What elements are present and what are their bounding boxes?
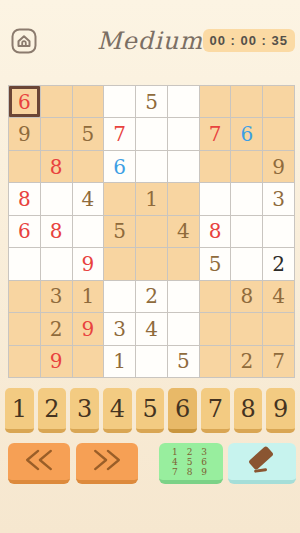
cell-r3-c6[interactable] (200, 183, 231, 214)
cell-r3-c8[interactable]: 3 (263, 183, 294, 214)
cell-r8-c0[interactable] (9, 346, 40, 377)
eraser-button[interactable] (228, 443, 296, 484)
cell-r3-c3[interactable] (104, 183, 135, 214)
cell-r2-c1[interactable]: 8 (41, 151, 72, 182)
cell-r4-c8[interactable] (263, 216, 294, 247)
cell-r1-c0[interactable]: 9 (9, 118, 40, 149)
cell-r3-c1[interactable] (41, 183, 72, 214)
eraser-icon (245, 445, 279, 479)
cell-r3-c7[interactable] (231, 183, 262, 214)
cell-r5-c4[interactable] (136, 248, 167, 279)
cell-r1-c8[interactable] (263, 118, 294, 149)
cell-r8-c1[interactable]: 9 (41, 346, 72, 377)
numpad-key-1[interactable]: 1 (5, 388, 34, 433)
numpad-key-9[interactable]: 9 (266, 388, 295, 433)
cell-r6-c6[interactable] (200, 281, 231, 312)
cell-r4-c6[interactable]: 8 (200, 216, 231, 247)
cell-r7-c2[interactable]: 9 (73, 313, 104, 344)
cell-r8-c6[interactable] (200, 346, 231, 377)
notes-button[interactable]: 1 2 3 4 5 6 7 8 9 (159, 443, 223, 484)
cell-r0-c4[interactable]: 5 (136, 86, 167, 117)
cell-r2-c7[interactable] (231, 151, 262, 182)
cell-r5-c3[interactable] (104, 248, 135, 279)
cell-r5-c1[interactable] (41, 248, 72, 279)
cell-r8-c5[interactable]: 5 (168, 346, 199, 377)
cell-r0-c1[interactable] (41, 86, 72, 117)
cell-r6-c2[interactable]: 1 (73, 281, 104, 312)
cell-r5-c5[interactable] (168, 248, 199, 279)
cell-r5-c6[interactable]: 5 (200, 248, 231, 279)
cell-r1-c3[interactable]: 7 (104, 118, 135, 149)
cell-r5-c0[interactable] (9, 248, 40, 279)
sudoku-board: 659577686984136854895231284293491527 (8, 85, 295, 378)
double-chevron-left-icon (19, 447, 59, 477)
undo-button[interactable] (8, 443, 70, 484)
numpad-key-6[interactable]: 6 (168, 388, 197, 433)
cell-r1-c5[interactable] (168, 118, 199, 149)
cell-r8-c7[interactable]: 2 (231, 346, 262, 377)
cell-r6-c3[interactable] (104, 281, 135, 312)
cell-r8-c2[interactable] (73, 346, 104, 377)
cell-r7-c0[interactable] (9, 313, 40, 344)
cell-r6-c5[interactable] (168, 281, 199, 312)
cell-r0-c6[interactable] (200, 86, 231, 117)
cell-r6-c8[interactable]: 4 (263, 281, 294, 312)
cell-r1-c4[interactable] (136, 118, 167, 149)
timer-badge: 00 : 00 : 35 (203, 29, 296, 52)
cell-r5-c8[interactable]: 2 (263, 248, 294, 279)
control-bar: 1 2 3 4 5 6 7 8 9 (0, 443, 300, 485)
cell-r1-c6[interactable]: 7 (200, 118, 231, 149)
cell-r3-c2[interactable]: 4 (73, 183, 104, 214)
cell-r0-c2[interactable] (73, 86, 104, 117)
cell-r7-c8[interactable] (263, 313, 294, 344)
cell-r2-c0[interactable] (9, 151, 40, 182)
numpad-key-2[interactable]: 2 (38, 388, 67, 433)
numpad-key-7[interactable]: 7 (201, 388, 230, 433)
cell-r7-c6[interactable] (200, 313, 231, 344)
redo-button[interactable] (76, 443, 138, 484)
cell-r4-c5[interactable]: 4 (168, 216, 199, 247)
top-bar: Medium 00 : 00 : 35 (0, 0, 300, 60)
cell-r5-c2[interactable]: 9 (73, 248, 104, 279)
cell-r7-c4[interactable]: 4 (136, 313, 167, 344)
double-chevron-right-icon (87, 447, 127, 477)
cell-r2-c8[interactable]: 9 (263, 151, 294, 182)
cell-r5-c7[interactable] (231, 248, 262, 279)
cell-r1-c7[interactable]: 6 (231, 118, 262, 149)
cell-r8-c3[interactable]: 1 (104, 346, 135, 377)
numpad-key-3[interactable]: 3 (70, 388, 99, 433)
cell-r4-c4[interactable] (136, 216, 167, 247)
cell-r3-c5[interactable] (168, 183, 199, 214)
cell-r0-c0[interactable]: 6 (9, 86, 40, 117)
cell-r0-c5[interactable] (168, 86, 199, 117)
cell-r6-c1[interactable]: 3 (41, 281, 72, 312)
cell-r7-c1[interactable]: 2 (41, 313, 72, 344)
cell-r4-c0[interactable]: 6 (9, 216, 40, 247)
cell-r8-c4[interactable] (136, 346, 167, 377)
cell-r3-c0[interactable]: 8 (9, 183, 40, 214)
cell-r6-c7[interactable]: 8 (231, 281, 262, 312)
cell-r0-c8[interactable] (263, 86, 294, 117)
cell-r3-c4[interactable]: 1 (136, 183, 167, 214)
cell-r6-c4[interactable]: 2 (136, 281, 167, 312)
cell-r0-c3[interactable] (104, 86, 135, 117)
cell-r2-c6[interactable] (200, 151, 231, 182)
notes-mini-grid: 1 2 3 4 5 6 7 8 9 (172, 447, 210, 477)
cell-r7-c3[interactable]: 3 (104, 313, 135, 344)
cell-r4-c1[interactable]: 8 (41, 216, 72, 247)
numpad-key-5[interactable]: 5 (136, 388, 165, 433)
cell-r4-c3[interactable]: 5 (104, 216, 135, 247)
sudoku-app: Medium 00 : 00 : 35 65957768698413685489… (0, 0, 300, 533)
number-pad: 1 2 3 4 5 6 7 8 9 (5, 388, 295, 433)
cell-r4-c7[interactable] (231, 216, 262, 247)
cell-r6-c0[interactable] (9, 281, 40, 312)
cell-r2-c3[interactable]: 6 (104, 151, 135, 182)
cell-r2-c5[interactable] (168, 151, 199, 182)
cell-r1-c1[interactable] (41, 118, 72, 149)
numpad-key-4[interactable]: 4 (103, 388, 132, 433)
cell-r1-c2[interactable]: 5 (73, 118, 104, 149)
numpad-key-8[interactable]: 8 (234, 388, 263, 433)
cell-r7-c5[interactable] (168, 313, 199, 344)
cell-r2-c4[interactable] (136, 151, 167, 182)
cell-r8-c8[interactable]: 7 (263, 346, 294, 377)
cell-r2-c2[interactable] (73, 151, 104, 182)
cell-r7-c7[interactable] (231, 313, 262, 344)
cell-r0-c7[interactable] (231, 86, 262, 117)
cell-r4-c2[interactable] (73, 216, 104, 247)
